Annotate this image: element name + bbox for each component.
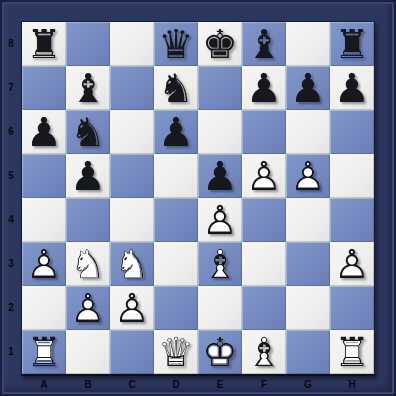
piece-white-bishop[interactable]: ♝♗ [198, 242, 242, 286]
piece-solid: ♛ [154, 21, 198, 65]
piece-black-queen[interactable]: ♛ [154, 22, 198, 66]
square-e7[interactable] [198, 66, 242, 110]
file-label-e: E [210, 379, 230, 391]
piece-black-rook[interactable]: ♜ [22, 22, 66, 66]
piece-outline: ♕ [154, 329, 198, 373]
piece-black-knight[interactable]: ♞ [66, 110, 110, 154]
square-g8[interactable] [286, 22, 330, 66]
piece-outline: ♔ [198, 329, 242, 373]
square-d2[interactable] [154, 286, 198, 330]
chess-board: ♜♛♚♝♜♝♞♟♟♟♟♞♟♟♟♟♙♟♙♟♙♟♙♞♘♞♘♝♗♟♙♟♙♟♙♜♖♛♕♚… [21, 21, 375, 376]
square-b3[interactable]: ♞♘ [66, 242, 110, 286]
file-label-c: C [122, 379, 142, 391]
file-label-a: A [34, 379, 54, 391]
square-h5[interactable] [330, 154, 374, 198]
square-g3[interactable] [286, 242, 330, 286]
square-h1[interactable]: ♜♖ [330, 330, 374, 374]
square-c3[interactable]: ♞♘ [110, 242, 154, 286]
piece-black-bishop[interactable]: ♝ [242, 22, 286, 66]
rank-label-6: 6 [1, 126, 21, 138]
piece-black-knight[interactable]: ♞ [154, 66, 198, 110]
piece-white-knight[interactable]: ♞♘ [110, 242, 154, 286]
piece-white-pawn[interactable]: ♟♙ [110, 286, 154, 330]
rank-label-1: 1 [1, 346, 21, 358]
square-e8[interactable]: ♚ [198, 22, 242, 66]
piece-solid: ♚ [198, 21, 242, 65]
square-d1[interactable]: ♛♕ [154, 330, 198, 374]
piece-white-pawn[interactable]: ♟♙ [330, 242, 374, 286]
piece-white-pawn[interactable]: ♟♙ [242, 154, 286, 198]
rank-label-7: 7 [1, 82, 21, 94]
file-label-g: G [298, 379, 318, 391]
square-c5[interactable] [110, 154, 154, 198]
square-g1[interactable] [286, 330, 330, 374]
square-g2[interactable] [286, 286, 330, 330]
piece-outline: ♗ [242, 329, 286, 373]
piece-outline: ♖ [22, 329, 66, 373]
piece-white-pawn[interactable]: ♟♙ [66, 286, 110, 330]
piece-outline: ♙ [330, 241, 374, 285]
square-c1[interactable] [110, 330, 154, 374]
rank-label-3: 3 [1, 258, 21, 270]
piece-black-rook[interactable]: ♜ [330, 22, 374, 66]
square-c7[interactable] [110, 66, 154, 110]
square-d3[interactable] [154, 242, 198, 286]
piece-solid: ♞ [154, 65, 198, 109]
square-h3[interactable]: ♟♙ [330, 242, 374, 286]
square-b8[interactable] [66, 22, 110, 66]
square-g5[interactable]: ♟♙ [286, 154, 330, 198]
square-h2[interactable] [330, 286, 374, 330]
square-e5[interactable]: ♟ [198, 154, 242, 198]
piece-white-knight[interactable]: ♞♘ [66, 242, 110, 286]
square-f3[interactable] [242, 242, 286, 286]
square-f5[interactable]: ♟♙ [242, 154, 286, 198]
square-h4[interactable] [330, 198, 374, 242]
piece-solid: ♜ [330, 21, 374, 65]
piece-outline: ♙ [22, 241, 66, 285]
piece-solid: ♜ [22, 21, 66, 65]
square-e3[interactable]: ♝♗ [198, 242, 242, 286]
square-b6[interactable]: ♞ [66, 110, 110, 154]
rank-label-5: 5 [1, 170, 21, 182]
piece-outline: ♙ [66, 285, 110, 329]
square-a8[interactable]: ♜ [22, 22, 66, 66]
square-a5[interactable] [22, 154, 66, 198]
square-e4[interactable]: ♟♙ [198, 198, 242, 242]
square-f8[interactable]: ♝ [242, 22, 286, 66]
piece-black-pawn[interactable]: ♟ [330, 66, 374, 110]
square-g4[interactable] [286, 198, 330, 242]
piece-black-pawn[interactable]: ♟ [198, 154, 242, 198]
piece-outline: ♙ [198, 197, 242, 241]
piece-black-king[interactable]: ♚ [198, 22, 242, 66]
square-f7[interactable]: ♟ [242, 66, 286, 110]
piece-black-pawn[interactable]: ♟ [66, 154, 110, 198]
square-g7[interactable]: ♟ [286, 66, 330, 110]
board-frame: ♜♛♚♝♜♝♞♟♟♟♟♞♟♟♟♟♙♟♙♟♙♟♙♞♘♞♘♝♗♟♙♟♙♟♙♜♖♛♕♚… [0, 0, 396, 396]
piece-outline: ♘ [66, 241, 110, 285]
square-a4[interactable] [22, 198, 66, 242]
piece-solid: ♟ [330, 65, 374, 109]
square-f1[interactable]: ♝♗ [242, 330, 286, 374]
square-b4[interactable] [66, 198, 110, 242]
square-f4[interactable] [242, 198, 286, 242]
square-g6[interactable] [286, 110, 330, 154]
piece-black-pawn[interactable]: ♟ [154, 110, 198, 154]
piece-outline: ♖ [330, 329, 374, 373]
rank-label-4: 4 [1, 214, 21, 226]
piece-solid: ♟ [22, 109, 66, 153]
piece-outline: ♘ [110, 241, 154, 285]
square-h6[interactable] [330, 110, 374, 154]
piece-white-pawn[interactable]: ♟♙ [22, 242, 66, 286]
square-f2[interactable] [242, 286, 286, 330]
file-label-h: H [342, 379, 362, 391]
piece-white-queen[interactable]: ♛♕ [154, 330, 198, 374]
piece-black-pawn[interactable]: ♟ [286, 66, 330, 110]
square-b5[interactable]: ♟ [66, 154, 110, 198]
piece-solid: ♟ [242, 65, 286, 109]
rank-label-2: 2 [1, 302, 21, 314]
piece-solid: ♟ [154, 109, 198, 153]
square-d7[interactable]: ♞ [154, 66, 198, 110]
square-c2[interactable]: ♟♙ [110, 286, 154, 330]
square-d4[interactable] [154, 198, 198, 242]
square-c8[interactable] [110, 22, 154, 66]
piece-black-pawn[interactable]: ♟ [22, 110, 66, 154]
square-e6[interactable] [198, 110, 242, 154]
square-a7[interactable] [22, 66, 66, 110]
square-b1[interactable] [66, 330, 110, 374]
square-e2[interactable] [198, 286, 242, 330]
square-c4[interactable] [110, 198, 154, 242]
file-label-f: F [254, 379, 274, 391]
piece-black-bishop[interactable]: ♝ [66, 66, 110, 110]
piece-outline: ♙ [110, 285, 154, 329]
piece-white-bishop[interactable]: ♝♗ [242, 330, 286, 374]
piece-solid: ♟ [286, 65, 330, 109]
square-f6[interactable] [242, 110, 286, 154]
piece-solid: ♟ [66, 153, 110, 197]
file-label-b: B [78, 379, 98, 391]
square-a3[interactable]: ♟♙ [22, 242, 66, 286]
rank-label-8: 8 [1, 38, 21, 50]
piece-outline: ♙ [286, 153, 330, 197]
piece-solid: ♟ [198, 153, 242, 197]
piece-solid: ♞ [66, 109, 110, 153]
square-d8[interactable]: ♛ [154, 22, 198, 66]
square-d6[interactable]: ♟ [154, 110, 198, 154]
piece-white-pawn[interactable]: ♟♙ [198, 198, 242, 242]
square-b2[interactable]: ♟♙ [66, 286, 110, 330]
square-h8[interactable]: ♜ [330, 22, 374, 66]
piece-black-pawn[interactable]: ♟ [242, 66, 286, 110]
square-d5[interactable] [154, 154, 198, 198]
piece-solid: ♝ [242, 21, 286, 65]
square-e1[interactable]: ♚♔ [198, 330, 242, 374]
square-b7[interactable]: ♝ [66, 66, 110, 110]
piece-solid: ♝ [66, 65, 110, 109]
square-a6[interactable]: ♟ [22, 110, 66, 154]
piece-outline: ♗ [198, 241, 242, 285]
square-h7[interactable]: ♟ [330, 66, 374, 110]
square-a2[interactable] [22, 286, 66, 330]
piece-outline: ♙ [242, 153, 286, 197]
piece-white-rook[interactable]: ♜♖ [330, 330, 374, 374]
square-a1[interactable]: ♜♖ [22, 330, 66, 374]
piece-white-pawn[interactable]: ♟♙ [286, 154, 330, 198]
piece-white-rook[interactable]: ♜♖ [22, 330, 66, 374]
file-label-d: D [166, 379, 186, 391]
square-c6[interactable] [110, 110, 154, 154]
piece-white-king[interactable]: ♚♔ [198, 330, 242, 374]
